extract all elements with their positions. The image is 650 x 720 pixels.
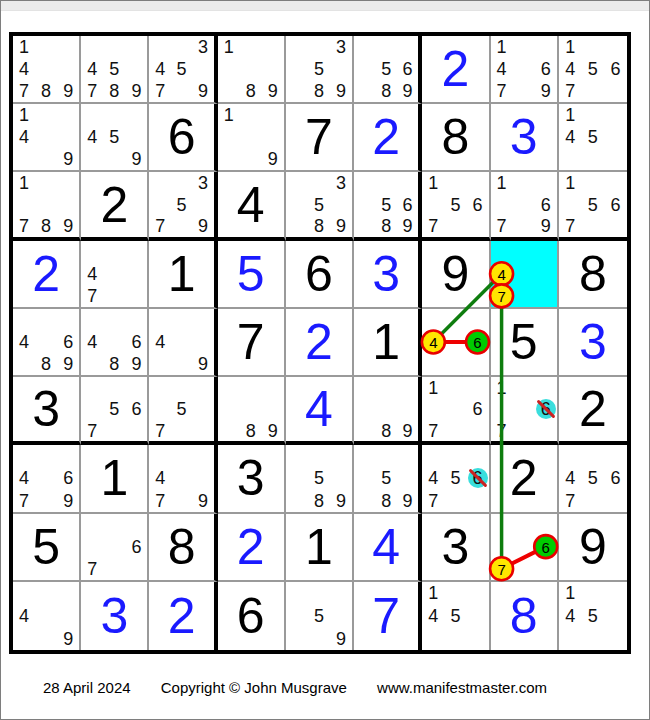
candidate-4: 4: [149, 331, 170, 353]
candidate-8: [103, 148, 125, 170]
candidate-3: [330, 582, 352, 605]
candidate-5: 5: [582, 126, 605, 148]
candidate-1: [286, 172, 308, 193]
candidate-6: [57, 194, 79, 215]
candidate-5: [171, 467, 192, 489]
candidate-3: [604, 104, 627, 126]
pencil-marks: 49: [149, 309, 213, 375]
solved-digit: 2: [354, 104, 418, 170]
candidate-9: 9: [330, 489, 352, 511]
candidate-6: 6: [125, 399, 147, 420]
candidate-6: 6: [466, 194, 488, 215]
candidate-7: 7: [13, 215, 35, 236]
pencil-marks: 4567: [559, 445, 627, 511]
pencil-marks: 45789: [81, 36, 147, 102]
given-digit: 7: [286, 104, 352, 170]
candidate-4: 4: [559, 126, 582, 148]
candidate-3: [262, 377, 284, 398]
candidate-9: 9: [397, 80, 418, 102]
candidate-8: [103, 420, 125, 441]
candidate-9: [604, 489, 627, 511]
given-digit: 9: [559, 514, 627, 580]
candidate-5: [513, 399, 535, 420]
candidate-5: [35, 194, 57, 215]
cell-r3c2[interactable]: 2: [81, 172, 149, 240]
candidate-2: [35, 172, 57, 193]
cell-r4c1[interactable]: 2: [13, 241, 81, 309]
candidate-2: [308, 582, 330, 605]
cell-r6c8[interactable]: 167: [491, 377, 559, 445]
candidate-2: [240, 104, 262, 126]
cell-r1c9[interactable]: 14567: [559, 36, 627, 104]
candidate-9: [535, 420, 557, 441]
cell-r3c9[interactable]: 1567: [559, 172, 627, 240]
candidate-3: 3: [192, 36, 213, 58]
cell-r3c3[interactable]: 3579: [149, 172, 217, 240]
candidate-3: 3: [330, 172, 352, 193]
candidate-6: [192, 194, 213, 215]
cell-r7c6[interactable]: 589: [354, 445, 422, 513]
candidate-6: [125, 126, 147, 148]
cell-r2c1[interactable]: 149: [13, 104, 81, 172]
cell-r9c4[interactable]: 6: [218, 582, 286, 650]
candidate-9: [125, 420, 147, 441]
candidate-5: 5: [444, 467, 466, 489]
cell-r7c7[interactable]: 4567: [422, 445, 490, 513]
candidate-9: [192, 420, 213, 441]
cell-r8c4[interactable]: 2: [218, 514, 286, 582]
candidate-3: [604, 36, 627, 58]
cell-r9c8[interactable]: 8: [491, 582, 559, 650]
candidate-5: [240, 58, 262, 80]
candidate-1: [286, 445, 308, 467]
pencil-marks: 567: [81, 377, 147, 441]
pencil-marks: 145: [422, 582, 488, 650]
pencil-marks: 4689: [81, 309, 147, 375]
candidate-6: 6: [466, 331, 488, 353]
candidate-8: [513, 80, 535, 102]
candidate-7: 7: [149, 80, 170, 102]
candidate-9: 9: [397, 489, 418, 511]
candidate-7: 7: [149, 489, 170, 511]
cell-r4c2[interactable]: 47: [81, 241, 149, 309]
cell-r8c9[interactable]: 9: [559, 514, 627, 582]
candidate-5: 5: [171, 194, 192, 215]
candidate-3: [397, 172, 418, 193]
cell-r9c7[interactable]: 145: [422, 582, 490, 650]
candidate-5: [444, 331, 466, 353]
candidate-1: 1: [422, 582, 444, 605]
candidate-4: [354, 194, 375, 215]
candidate-5: 5: [582, 58, 605, 80]
footer: 28 April 2024 Copyright © John Musgrave …: [43, 679, 573, 696]
cell-r6c5[interactable]: 4: [286, 377, 354, 445]
candidate-9: [535, 558, 557, 580]
candidate-6: 6: [57, 331, 79, 353]
candidate-2: [513, 514, 535, 536]
cell-r2c4[interactable]: 19: [218, 104, 286, 172]
cell-r2c8[interactable]: 3: [491, 104, 559, 172]
candidate-9: 9: [192, 215, 213, 236]
candidate-6: [192, 331, 213, 353]
cell-r2c5[interactable]: 7: [286, 104, 354, 172]
candidate-8: [35, 627, 57, 650]
candidate-2: [513, 377, 535, 398]
candidate-6: [466, 605, 488, 628]
candidate-3: [330, 445, 352, 467]
candidate-6: 6: [535, 399, 557, 420]
candidate-9: 9: [262, 148, 284, 170]
cell-r1c5[interactable]: 3589: [286, 36, 354, 104]
solved-digit: 2: [149, 582, 213, 650]
candidate-1: [81, 514, 103, 536]
candidate-5: 5: [376, 194, 397, 215]
pencil-marks: 59: [286, 582, 352, 650]
cell-r5c5[interactable]: 2: [286, 309, 354, 377]
candidate-2: [582, 445, 605, 467]
cell-r5c8[interactable]: 5: [491, 309, 559, 377]
candidate-4: [422, 194, 444, 215]
candidate-7: [286, 80, 308, 102]
candidate-5: [35, 331, 57, 353]
candidate-5: 5: [308, 467, 330, 489]
candidate-5: 5: [582, 467, 605, 489]
cell-r3c5[interactable]: 3589: [286, 172, 354, 240]
cell-r2c9[interactable]: 145: [559, 104, 627, 172]
cell-r6c2[interactable]: 567: [81, 377, 149, 445]
cell-r4c9[interactable]: 8: [559, 241, 627, 309]
given-digit: 5: [13, 514, 79, 580]
candidate-1: [81, 36, 103, 58]
solved-digit: 3: [559, 309, 627, 375]
candidate-8: [35, 148, 57, 170]
candidate-7: [286, 627, 308, 650]
candidate-9: [604, 627, 627, 650]
cell-r8c2[interactable]: 67: [81, 514, 149, 582]
cell-r5c9[interactable]: 3: [559, 309, 627, 377]
given-digit: 3: [13, 377, 79, 441]
candidate-6: 6: [125, 331, 147, 353]
cell-r2c7[interactable]: 8: [422, 104, 490, 172]
candidate-5: 5: [582, 194, 605, 215]
candidate-9: [466, 353, 488, 375]
page: 1478945789345791893589568921467914567149…: [0, 0, 650, 720]
candidate-4: [81, 399, 103, 420]
cell-r3c4[interactable]: 4: [218, 172, 286, 240]
candidate-1: 1: [491, 172, 513, 193]
candidate-7: 7: [559, 80, 582, 102]
cell-r6c7[interactable]: 167: [422, 377, 490, 445]
candidate-7: [354, 489, 375, 511]
candidate-8: [171, 353, 192, 375]
candidate-1: 1: [559, 104, 582, 126]
cell-r7c8[interactable]: 2: [491, 445, 559, 513]
candidate-4: 4: [149, 58, 170, 80]
candidate-6: [535, 263, 557, 285]
candidate-9: [604, 80, 627, 102]
candidate-6: 6: [397, 194, 418, 215]
candidate-9: [466, 627, 488, 650]
cell-r7c1[interactable]: 4679: [13, 445, 81, 513]
cell-r7c3[interactable]: 479: [149, 445, 217, 513]
cell-r1c2[interactable]: 45789: [81, 36, 149, 104]
candidate-4: [286, 467, 308, 489]
candidate-7: [559, 148, 582, 170]
pencil-marks: 459: [81, 104, 147, 170]
cell-r8c3[interactable]: 8: [149, 514, 217, 582]
candidate-4: 4: [149, 467, 170, 489]
candidate-5: 5: [103, 58, 125, 80]
candidate-8: [171, 80, 192, 102]
candidate-4: 4: [559, 467, 582, 489]
candidate-8: [35, 489, 57, 511]
candidate-3: [262, 104, 284, 126]
cell-r4c7[interactable]: 9: [422, 241, 490, 309]
candidate-5: 5: [308, 194, 330, 215]
candidate-7: 7: [13, 489, 35, 511]
pencil-marks: 3589: [286, 36, 352, 102]
pencil-marks: 4567: [422, 445, 488, 511]
cell-r9c5[interactable]: 59: [286, 582, 354, 650]
candidate-4: 4: [81, 331, 103, 353]
cell-r1c3[interactable]: 34579: [149, 36, 217, 104]
candidate-2: [35, 445, 57, 467]
candidate-9: 9: [330, 627, 352, 650]
cell-r2c2[interactable]: 459: [81, 104, 149, 172]
candidate-3: [535, 241, 557, 263]
cell-r9c9[interactable]: 145: [559, 582, 627, 650]
candidate-9: 9: [330, 80, 352, 102]
pencil-marks: 89: [354, 377, 418, 441]
cell-r2c3[interactable]: 6: [149, 104, 217, 172]
solved-digit: 3: [354, 241, 418, 307]
pencil-marks: 46: [422, 309, 488, 375]
candidate-3: [57, 309, 79, 331]
pencil-marks: 5689: [354, 36, 418, 102]
candidate-2: [376, 377, 397, 398]
candidate-2: [376, 36, 397, 58]
cell-r5c1[interactable]: 4689: [13, 309, 81, 377]
candidate-6: [330, 605, 352, 628]
candidate-1: [354, 172, 375, 193]
cell-r1c1[interactable]: 14789: [13, 36, 81, 104]
given-digit: 6: [286, 241, 352, 307]
candidate-7: 7: [149, 420, 170, 441]
cell-r1c4[interactable]: 189: [218, 36, 286, 104]
candidate-9: [466, 215, 488, 236]
candidate-5: 5: [171, 58, 192, 80]
candidate-8: 8: [35, 80, 57, 102]
cell-r4c5[interactable]: 6: [286, 241, 354, 309]
candidate-4: 4: [422, 331, 444, 353]
candidate-4: [149, 194, 170, 215]
candidate-4: [286, 58, 308, 80]
candidate-8: [582, 80, 605, 102]
cell-r5c2[interactable]: 4689: [81, 309, 149, 377]
candidate-5: 5: [376, 467, 397, 489]
candidate-1: [149, 309, 170, 331]
candidate-4: [149, 399, 170, 420]
candidate-3: [466, 377, 488, 398]
cell-r1c8[interactable]: 14679: [491, 36, 559, 104]
candidate-1: [491, 241, 513, 263]
cell-r3c6[interactable]: 5689: [354, 172, 422, 240]
candidate-2: [103, 309, 125, 331]
solved-digit: 2: [422, 36, 488, 102]
candidate-5: [444, 399, 466, 420]
candidate-3: [604, 172, 627, 193]
candidate-2: [103, 36, 125, 58]
cell-r8c1[interactable]: 5: [13, 514, 81, 582]
candidate-7: 7: [422, 215, 444, 236]
candidate-5: [513, 536, 535, 558]
candidate-2: [582, 172, 605, 193]
candidate-4: [491, 536, 513, 558]
solved-digit: 7: [354, 582, 418, 650]
candidate-8: [513, 558, 535, 580]
pencil-marks: 167: [491, 377, 557, 441]
candidate-9: 9: [57, 627, 79, 650]
cell-r9c2[interactable]: 3: [81, 582, 149, 650]
cell-r6c1[interactable]: 3: [13, 377, 81, 445]
pencil-marks: 89: [218, 377, 284, 441]
given-digit: 2: [81, 172, 147, 236]
cell-r8c5[interactable]: 1: [286, 514, 354, 582]
board-area: 1478945789345791893589568921467914567149…: [9, 32, 631, 654]
cell-r8c6[interactable]: 4: [354, 514, 422, 582]
cell-r5c6[interactable]: 1: [354, 309, 422, 377]
candidate-6: 6: [604, 194, 627, 215]
candidate-4: 4: [13, 605, 35, 628]
candidate-2: [513, 172, 535, 193]
given-digit: 3: [218, 445, 284, 511]
candidate-3: [466, 582, 488, 605]
cell-r8c7[interactable]: 3: [422, 514, 490, 582]
candidate-8: 8: [103, 353, 125, 375]
given-digit: 1: [354, 309, 418, 375]
candidate-9: 9: [125, 148, 147, 170]
candidate-1: [422, 445, 444, 467]
candidate-7: [354, 215, 375, 236]
cell-r6c9[interactable]: 2: [559, 377, 627, 445]
cell-r6c3[interactable]: 57: [149, 377, 217, 445]
cell-r3c7[interactable]: 1567: [422, 172, 490, 240]
candidate-7: 7: [81, 80, 103, 102]
candidate-2: [444, 172, 466, 193]
cell-r3c1[interactable]: 1789: [13, 172, 81, 240]
candidate-8: [444, 627, 466, 650]
candidate-9: 9: [262, 80, 284, 102]
candidate-1: [81, 104, 103, 126]
candidate-7: [354, 420, 375, 441]
cell-r5c7[interactable]: 46: [422, 309, 490, 377]
cell-r8c8[interactable]: 67: [491, 514, 559, 582]
candidate-4: [491, 399, 513, 420]
candidate-5: [103, 536, 125, 558]
solved-digit: 4: [286, 377, 352, 441]
candidate-4: [354, 58, 375, 80]
candidate-4: [422, 399, 444, 420]
candidate-7: [218, 148, 240, 170]
candidate-7: [559, 627, 582, 650]
candidate-7: 7: [81, 558, 103, 580]
cell-r6c4[interactable]: 89: [218, 377, 286, 445]
cell-r7c5[interactable]: 589: [286, 445, 354, 513]
pencil-marks: 4689: [13, 309, 79, 375]
cell-r5c3[interactable]: 49: [149, 309, 217, 377]
candidate-7: [422, 627, 444, 650]
candidate-9: [466, 489, 488, 511]
candidate-9: 9: [125, 80, 147, 102]
cell-r3c8[interactable]: 1679: [491, 172, 559, 240]
cell-r5c4[interactable]: 7: [218, 309, 286, 377]
candidate-9: 9: [57, 148, 79, 170]
candidate-3: [57, 582, 79, 605]
cell-r4c8[interactable]: 47: [491, 241, 559, 309]
cell-r9c6[interactable]: 7: [354, 582, 422, 650]
candidate-2: [171, 377, 192, 398]
candidate-2: [171, 172, 192, 193]
pencil-marks: 47: [81, 241, 147, 307]
solved-digit: 2: [13, 241, 79, 307]
candidate-5: 5: [103, 399, 125, 420]
candidate-5: [35, 467, 57, 489]
candidate-8: 8: [308, 215, 330, 236]
candidate-9: [466, 420, 488, 441]
cell-r2c6[interactable]: 2: [354, 104, 422, 172]
candidate-5: [376, 399, 397, 420]
solved-digit: 8: [491, 582, 557, 650]
candidate-4: [218, 58, 240, 80]
cell-r4c4[interactable]: 5: [218, 241, 286, 309]
candidate-9: 9: [397, 420, 418, 441]
candidate-8: [582, 627, 605, 650]
cell-r7c2[interactable]: 1: [81, 445, 149, 513]
cell-r9c1[interactable]: 49: [13, 582, 81, 650]
cell-r9c3[interactable]: 2: [149, 582, 217, 650]
candidate-2: [308, 172, 330, 193]
candidate-9: 9: [330, 215, 352, 236]
candidate-6: [604, 605, 627, 628]
candidate-4: 4: [422, 467, 444, 489]
pencil-marks: 67: [81, 514, 147, 580]
candidate-3: [466, 445, 488, 467]
candidate-3: [125, 241, 147, 263]
candidate-1: [149, 172, 170, 193]
cell-r6c6[interactable]: 89: [354, 377, 422, 445]
pencil-marks: 589: [286, 445, 352, 511]
candidate-8: [444, 353, 466, 375]
cell-r1c7[interactable]: 2: [422, 36, 490, 104]
cell-r1c6[interactable]: 5689: [354, 36, 422, 104]
candidate-9: 9: [397, 215, 418, 236]
candidate-2: [444, 377, 466, 398]
cell-r7c9[interactable]: 4567: [559, 445, 627, 513]
candidate-3: [192, 377, 213, 398]
candidate-7: 7: [491, 420, 513, 441]
candidate-1: 1: [218, 104, 240, 126]
candidate-7: 7: [559, 489, 582, 511]
candidate-7: 7: [149, 215, 170, 236]
cell-r4c6[interactable]: 3: [354, 241, 422, 309]
candidate-6: 6: [604, 58, 627, 80]
cell-r7c4[interactable]: 3: [218, 445, 286, 513]
candidate-1: 1: [218, 36, 240, 58]
candidate-2: [103, 241, 125, 263]
candidate-5: [35, 126, 57, 148]
cell-r4c3[interactable]: 1: [149, 241, 217, 309]
candidate-7: 7: [422, 420, 444, 441]
